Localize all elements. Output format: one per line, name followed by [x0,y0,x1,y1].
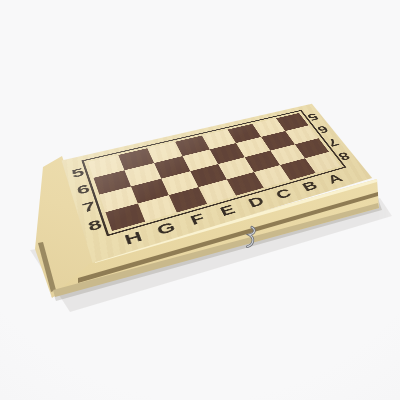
product-photo-chess-box: 5 6 7 8 5 6 7 8 H G F E D C B A [0,0,400,400]
clasp-hook-icon [241,224,260,251]
